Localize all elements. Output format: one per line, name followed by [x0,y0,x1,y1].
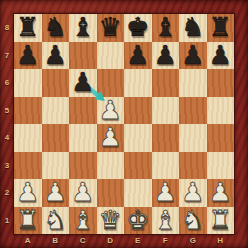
black-pawn-c6[interactable]: ♟︎ [69,69,97,97]
white-rook-a1[interactable]: ♜︎ [14,207,42,235]
black-bishop-c8[interactable]: ♝︎ [69,14,97,42]
black-pawn-h7[interactable]: ♟︎ [207,42,235,70]
rank-label-1: 1 [0,207,14,235]
file-label-d: D [97,234,125,248]
white-pawn-h2[interactable]: ♟︎ [207,179,235,207]
black-bishop-f8[interactable]: ♝︎ [152,14,180,42]
file-label-e: E [124,234,152,248]
white-pawn-g2[interactable]: ♟︎ [179,179,207,207]
file-label-f: F [152,234,180,248]
white-queen-d1[interactable]: ♛︎ [97,207,125,235]
white-pawn-d4[interactable]: ♟︎ [97,124,125,152]
white-rook-h1[interactable]: ♜︎ [207,207,235,235]
piece-layer: ♜︎♞︎♝︎♛︎♚︎♝︎♞︎♜︎♟︎♟︎♟︎♟︎♟︎♟︎♟︎♟︎♟︎♟︎♟︎♟︎… [14,14,234,234]
black-knight-b8[interactable]: ♞︎ [42,14,70,42]
board-area: ♜︎♞︎♝︎♛︎♚︎♝︎♞︎♜︎♟︎♟︎♟︎♟︎♟︎♟︎♟︎♟︎♟︎♟︎♟︎♟︎… [14,14,234,234]
white-pawn-a2[interactable]: ♟︎ [14,179,42,207]
black-rook-a8[interactable]: ♜︎ [14,14,42,42]
white-pawn-d5[interactable]: ♟︎ [97,97,125,125]
white-bishop-f1[interactable]: ♝︎ [152,207,180,235]
file-label-a: A [14,234,42,248]
black-pawn-f7[interactable]: ♟︎ [152,42,180,70]
white-pawn-f2[interactable]: ♟︎ [152,179,180,207]
white-knight-g1[interactable]: ♞︎ [179,207,207,235]
chess-board-frame: 87654321 ABCDEFGH ♜︎♞︎♝︎♛︎♚︎♝︎♞︎♜︎♟︎♟︎♟︎… [0,0,248,248]
black-knight-g8[interactable]: ♞︎ [179,14,207,42]
rank-label-3: 3 [0,152,14,180]
white-pawn-b2[interactable]: ♟︎ [42,179,70,207]
file-label-b: B [42,234,70,248]
black-pawn-b7[interactable]: ♟︎ [42,42,70,70]
rank-label-2: 2 [0,179,14,207]
black-pawn-e7[interactable]: ♟︎ [124,42,152,70]
file-label-g: G [179,234,207,248]
black-queen-d8[interactable]: ♛︎ [97,14,125,42]
white-king-e1[interactable]: ♚︎ [124,207,152,235]
file-label-c: C [69,234,97,248]
black-king-e8[interactable]: ♚︎ [124,14,152,42]
black-pawn-a7[interactable]: ♟︎ [14,42,42,70]
white-knight-b1[interactable]: ♞︎ [42,207,70,235]
file-label-h: H [207,234,235,248]
rank-label-6: 6 [0,69,14,97]
rank-label-7: 7 [0,42,14,70]
rank-label-5: 5 [0,97,14,125]
rank-label-4: 4 [0,124,14,152]
white-pawn-c2[interactable]: ♟︎ [69,179,97,207]
white-bishop-c1[interactable]: ♝︎ [69,207,97,235]
black-pawn-g7[interactable]: ♟︎ [179,42,207,70]
black-rook-h8[interactable]: ♜︎ [207,14,235,42]
rank-label-8: 8 [0,14,14,42]
